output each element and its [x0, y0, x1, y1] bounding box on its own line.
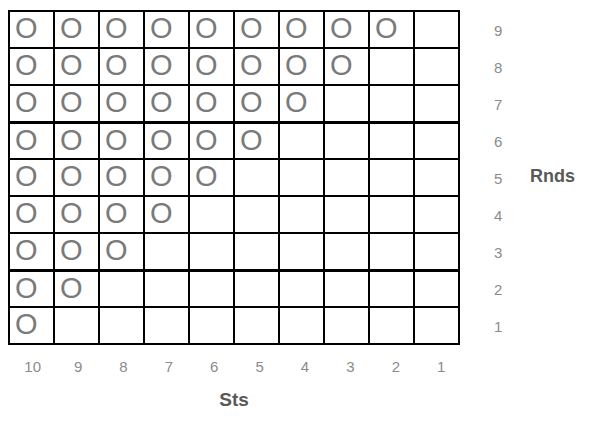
- chart-cell-rnd7-st3: [325, 86, 368, 121]
- chart-cell-rnd5-st4: [280, 160, 323, 195]
- chart-cell-rnd3-st1: [415, 234, 458, 269]
- chart-cell-rnd8-st4: O: [280, 49, 323, 84]
- chart-cell-rnd2-st5: [235, 271, 278, 306]
- chart-cell-rnd7-st7: O: [145, 86, 188, 121]
- chart-cell-rnd4-st3: [325, 197, 368, 232]
- chart-cell-rnd4-st6: [190, 197, 233, 232]
- chart-cell-rnd4-st2: [370, 197, 413, 232]
- chart-cell-rnd8-st5: O: [235, 49, 278, 84]
- knitting-chart-grid: OOOOOOOOOOOOOOOOOOOOOOOOOOOOOOOOOOOOOOOO…: [8, 10, 460, 345]
- chart-cell-rnd9-st9: O: [55, 12, 98, 47]
- chart-cell-rnd9-st2: O: [370, 12, 413, 47]
- chart-cell-rnd6-st9: O: [55, 123, 98, 158]
- chart-cell-rnd7-st5: O: [235, 86, 278, 121]
- chart-cell-rnd8-st3: O: [325, 49, 368, 84]
- chart-cell-rnd7-st8: O: [100, 86, 143, 121]
- chart-cell-rnd3-st2: [370, 234, 413, 269]
- chart-cell-rnd9-st5: O: [235, 12, 278, 47]
- chart-cell-rnd9-st8: O: [100, 12, 143, 47]
- chart-cell-rnd4-st10: O: [10, 197, 53, 232]
- stitch-number-5: 5: [237, 358, 282, 375]
- chart-cell-rnd1-st3: [325, 308, 368, 343]
- chart-cell-rnd7-st6: O: [190, 86, 233, 121]
- chart-cell-rnd3-st4: [280, 234, 323, 269]
- chart-cell-rnd6-st8: O: [100, 123, 143, 158]
- chart-cell-rnd3-st8: O: [100, 234, 143, 269]
- chart-cell-rnd8-st1: [415, 49, 458, 84]
- chart-cell-rnd9-st6: O: [190, 12, 233, 47]
- chart-cell-rnd9-st3: O: [325, 12, 368, 47]
- chart-cell-rnd7-st9: O: [55, 86, 98, 121]
- chart-cell-rnd6-st1: [415, 123, 458, 158]
- chart-cell-rnd7-st4: O: [280, 86, 323, 121]
- chart-cell-rnd9-st1: [415, 12, 458, 47]
- chart-cell-rnd7-st10: O: [10, 86, 53, 121]
- chart-cell-rnd5-st5: [235, 160, 278, 195]
- round-number-3: 3: [488, 234, 518, 271]
- stitch-number-1: 1: [419, 358, 464, 375]
- chart-cell-rnd5-st2: [370, 160, 413, 195]
- chart-cell-rnd2-st3: [325, 271, 368, 306]
- chart-cell-rnd5-st1: [415, 160, 458, 195]
- chart-cell-rnd4-st4: [280, 197, 323, 232]
- chart-cell-rnd7-st2: [370, 86, 413, 121]
- chart-cell-rnd6-st2: [370, 123, 413, 158]
- rounds-axis-label: Rnds: [530, 166, 575, 187]
- stitch-number-4: 4: [282, 358, 327, 375]
- chart-cell-rnd7-st1: [415, 86, 458, 121]
- chart-cell-rnd3-st5: [235, 234, 278, 269]
- chart-cell-rnd5-st7: O: [145, 160, 188, 195]
- round-number-5: 5: [488, 160, 518, 197]
- chart-cell-rnd8-st2: [370, 49, 413, 84]
- round-number-2: 2: [488, 271, 518, 308]
- stitch-number-8: 8: [101, 358, 146, 375]
- chart-cell-rnd6-st10: O: [10, 123, 53, 158]
- chart-cell-rnd3-st3: [325, 234, 368, 269]
- chart-cell-rnd9-st10: O: [10, 12, 53, 47]
- chart-cell-rnd1-st2: [370, 308, 413, 343]
- stitch-number-3: 3: [328, 358, 373, 375]
- stitch-number-6: 6: [192, 358, 237, 375]
- chart-cell-rnd4-st9: O: [55, 197, 98, 232]
- round-number-7: 7: [488, 86, 518, 123]
- round-number-1: 1: [488, 308, 518, 345]
- chart-cell-rnd1-st4: [280, 308, 323, 343]
- chart-cell-rnd6-st5: O: [235, 123, 278, 158]
- round-number-6: 6: [488, 123, 518, 160]
- chart-cell-rnd5-st9: O: [55, 160, 98, 195]
- chart-cell-rnd1-st9: [55, 308, 98, 343]
- chart-cell-rnd2-st6: [190, 271, 233, 306]
- chart-cell-rnd5-st3: [325, 160, 368, 195]
- chart-cell-rnd5-st10: O: [10, 160, 53, 195]
- chart-cell-rnd1-st8: [100, 308, 143, 343]
- chart-cell-rnd8-st7: O: [145, 49, 188, 84]
- chart-cell-rnd2-st10: O: [10, 271, 53, 306]
- chart-cell-rnd4-st7: O: [145, 197, 188, 232]
- chart-cell-rnd3-st10: O: [10, 234, 53, 269]
- chart-cell-rnd9-st7: O: [145, 12, 188, 47]
- chart-cell-rnd6-st6: O: [190, 123, 233, 158]
- stitch-number-9: 9: [55, 358, 100, 375]
- chart-cell-rnd8-st9: O: [55, 49, 98, 84]
- round-number-labels: 987654321: [488, 12, 518, 345]
- chart-cell-rnd8-st10: O: [10, 49, 53, 84]
- chart-cell-rnd4-st5: [235, 197, 278, 232]
- chart-cell-rnd3-st6: [190, 234, 233, 269]
- chart-cell-rnd2-st9: O: [55, 271, 98, 306]
- stitch-number-10: 10: [10, 358, 55, 375]
- chart-cell-rnd6-st4: [280, 123, 323, 158]
- chart-cell-rnd8-st8: O: [100, 49, 143, 84]
- stitches-axis-label: Sts: [8, 389, 460, 411]
- round-number-9: 9: [488, 12, 518, 49]
- chart-cell-rnd2-st1: [415, 271, 458, 306]
- chart-cell-rnd1-st7: [145, 308, 188, 343]
- chart-cell-rnd6-st3: [325, 123, 368, 158]
- chart-cell-rnd1-st1: [415, 308, 458, 343]
- chart-cell-rnd8-st6: O: [190, 49, 233, 84]
- stitch-number-2: 2: [373, 358, 418, 375]
- chart-cell-rnd9-st4: O: [280, 12, 323, 47]
- chart-cell-rnd2-st4: [280, 271, 323, 306]
- stitch-number-7: 7: [146, 358, 191, 375]
- round-number-8: 8: [488, 49, 518, 86]
- chart-cell-rnd1-st6: [190, 308, 233, 343]
- chart-cell-rnd4-st1: [415, 197, 458, 232]
- chart-cell-rnd2-st8: [100, 271, 143, 306]
- chart-cell-rnd2-st2: [370, 271, 413, 306]
- chart-cell-rnd3-st7: [145, 234, 188, 269]
- chart-cell-rnd5-st8: O: [100, 160, 143, 195]
- chart-cell-rnd3-st9: O: [55, 234, 98, 269]
- chart-cell-rnd5-st6: O: [190, 160, 233, 195]
- round-number-4: 4: [488, 197, 518, 234]
- chart-cell-rnd2-st7: [145, 271, 188, 306]
- chart-cell-rnd4-st8: O: [100, 197, 143, 232]
- chart-cell-rnd1-st5: [235, 308, 278, 343]
- chart-cell-rnd1-st10: O: [10, 308, 53, 343]
- chart-cell-rnd6-st7: O: [145, 123, 188, 158]
- stitch-number-labels: 10987654321: [10, 358, 464, 375]
